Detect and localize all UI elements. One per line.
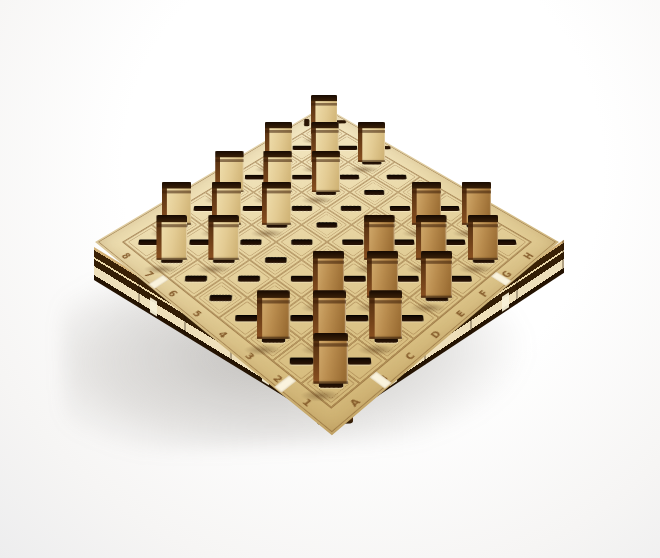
piece-f6[interactable] [312, 151, 340, 193]
piece-burnt-top-edge [416, 215, 447, 222]
piece-burnt-top-edge [262, 182, 291, 189]
piece-burnt-top-edge [412, 182, 441, 189]
piece-burnt-top-edge [313, 333, 348, 341]
piece-burnt-top-edge [162, 182, 191, 189]
piece-base-contact [421, 296, 453, 299]
piece-base-contact [468, 258, 499, 261]
piece-slot-g8 [292, 145, 311, 149]
piece-slot-a4 [235, 315, 258, 321]
piece-base-contact [312, 190, 340, 193]
piece-ply-stripe [162, 190, 191, 193]
piece-ply-stripe [215, 159, 243, 162]
piece-slot-b3 [290, 315, 313, 321]
piece-burnt-top-edge [421, 251, 453, 258]
piece-burnt-top-edge [208, 215, 239, 222]
piece-ply-stripe [257, 300, 290, 303]
piece-ply-stripe [312, 159, 340, 162]
piece-burnt-top-edge [364, 215, 395, 222]
piece-slot-e2 [396, 275, 418, 281]
piece-burnt-top-edge [462, 182, 491, 189]
piece-b2[interactable] [313, 290, 346, 339]
piece-ply-stripe [156, 224, 187, 227]
piece-a1[interactable] [313, 333, 348, 384]
piece-slot-f3 [393, 239, 415, 245]
piece-ply-stripe [208, 224, 239, 227]
piece-slot-d5 [291, 239, 312, 245]
piece-slot-b5 [237, 275, 259, 281]
piece-slot-d3 [343, 275, 365, 281]
file-label-A: A [331, 384, 378, 422]
piece-burnt-top-edge [312, 151, 340, 158]
piece-ply-stripe [265, 130, 292, 133]
piece-burnt-top-edge [369, 290, 402, 298]
file-label-F: F [462, 278, 505, 308]
piece-base-contact [358, 160, 385, 163]
piece-burnt-top-edge [212, 182, 241, 189]
piece-ply-stripe [364, 224, 395, 227]
piece-ply-stripe [421, 261, 453, 264]
piece-ply-stripe [263, 159, 291, 162]
piece-slot-a5 [209, 295, 232, 301]
piece-ply-stripe [212, 190, 241, 193]
board-top-face: 87654321 HGFEDCBA [95, 106, 559, 435]
checkers-board: 87654321 HGFEDCBA [95, 106, 559, 435]
piece-base-contact [208, 258, 239, 261]
piece-h6[interactable] [358, 122, 385, 162]
piece-slot-h7 [338, 145, 357, 149]
piece-slot-h3 [438, 206, 459, 211]
piece-burnt-top-edge [313, 290, 346, 298]
file-label-D: D [413, 318, 458, 351]
piece-slot-c5 [265, 257, 287, 263]
piece-slot-e8 [244, 175, 264, 180]
piece-ply-stripe [311, 130, 338, 133]
piece-slot-a2 [289, 357, 313, 364]
piece-slot-a6 [184, 275, 207, 281]
piece-slot-f5 [340, 206, 360, 211]
piece-burnt-top-edge [313, 251, 345, 258]
piece-slot-h5 [386, 175, 406, 180]
piece-slot-e4 [342, 239, 363, 245]
piece-ply-stripe [313, 261, 345, 264]
piece-ply-stripe [311, 103, 337, 106]
piece-slot-g2 [443, 239, 465, 245]
piece-burnt-top-edge [311, 95, 337, 101]
piece-base-contact [257, 337, 290, 340]
piece-base-contact [369, 337, 402, 340]
piece-ply-stripe [369, 300, 402, 303]
piece-slot-e6 [291, 206, 311, 211]
piece-b6[interactable] [208, 215, 239, 260]
piece-slot-c2 [345, 315, 368, 321]
piece-slot-d7 [242, 206, 263, 211]
piece-base-contact [156, 258, 187, 261]
file-label-E: E [438, 298, 482, 330]
border-slot-cutout [304, 119, 309, 126]
piece-ply-stripe [313, 343, 348, 346]
piece-burnt-top-edge [215, 151, 243, 158]
piece-slot-e5 [316, 222, 337, 227]
piece-burnt-top-edge [156, 215, 187, 222]
piece-burnt-top-edge [265, 122, 292, 128]
piece-a7[interactable] [156, 215, 187, 260]
piece-slot-b7 [189, 239, 211, 245]
piece-ply-stripe [358, 130, 385, 133]
piece-ply-stripe [462, 190, 491, 193]
piece-e1[interactable] [421, 251, 453, 298]
piece-slot-c6 [240, 239, 261, 245]
piece-ply-stripe [367, 261, 399, 264]
piece-burnt-top-edge [311, 122, 338, 128]
piece-slot-b1 [347, 357, 371, 364]
piece-burnt-top-edge [257, 290, 290, 298]
piece-ply-stripe [412, 190, 441, 193]
piece-slot-c4 [291, 275, 313, 281]
piece-ply-stripe [468, 224, 499, 227]
piece-burnt-top-edge [263, 151, 291, 158]
piece-slot-g6 [339, 175, 359, 180]
piece-d6[interactable] [262, 182, 291, 225]
piece-burnt-top-edge [358, 122, 385, 128]
piece-ply-stripe [262, 190, 291, 193]
scene: 87654321 HGFEDCBA [0, 0, 660, 558]
piece-slot-g5 [364, 190, 384, 195]
piece-slot-f7 [292, 175, 312, 180]
piece-slot-g4 [389, 206, 410, 211]
square-c5[interactable] [250, 242, 302, 278]
piece-base-contact [313, 381, 348, 384]
piece-a3[interactable] [257, 290, 290, 339]
piece-ply-stripe [416, 224, 447, 227]
board-grid [123, 120, 530, 407]
piece-g1[interactable] [468, 215, 499, 260]
piece-burnt-top-edge [367, 251, 399, 258]
piece-ply-stripe [313, 300, 346, 303]
piece-slot-d1 [400, 315, 423, 321]
piece-burnt-top-edge [468, 215, 499, 222]
piece-slot-c8 [193, 206, 214, 211]
piece-c1[interactable] [369, 290, 402, 339]
